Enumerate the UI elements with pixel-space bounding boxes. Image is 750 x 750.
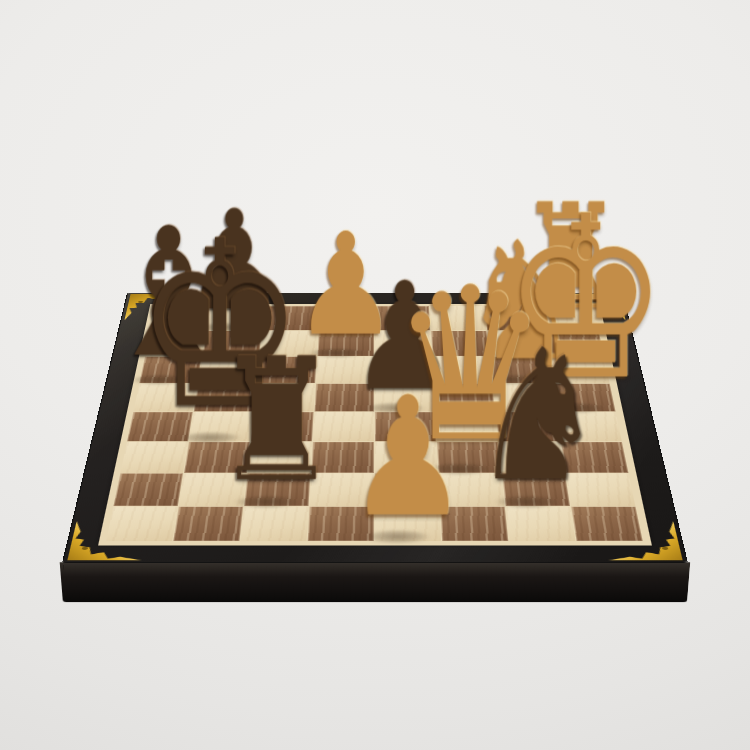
piece-layer: ♟♜♟♝♞♟♚♚♛♜♞♟ (63, 293, 686, 562)
black-rook-on-c2[interactable]: ♜ (214, 336, 339, 506)
white-pawn-on-e1[interactable]: ♟ (347, 375, 468, 540)
photo-scene: ♟♜♟♝♞♟♚♚♛♜♞♟ (0, 0, 750, 750)
black-knight-on-g2[interactable]: ♞ (471, 324, 604, 505)
board-front-edge (60, 562, 691, 602)
chess-board-frame: ♟♜♟♝♞♟♚♚♛♜♞♟ (63, 293, 686, 562)
